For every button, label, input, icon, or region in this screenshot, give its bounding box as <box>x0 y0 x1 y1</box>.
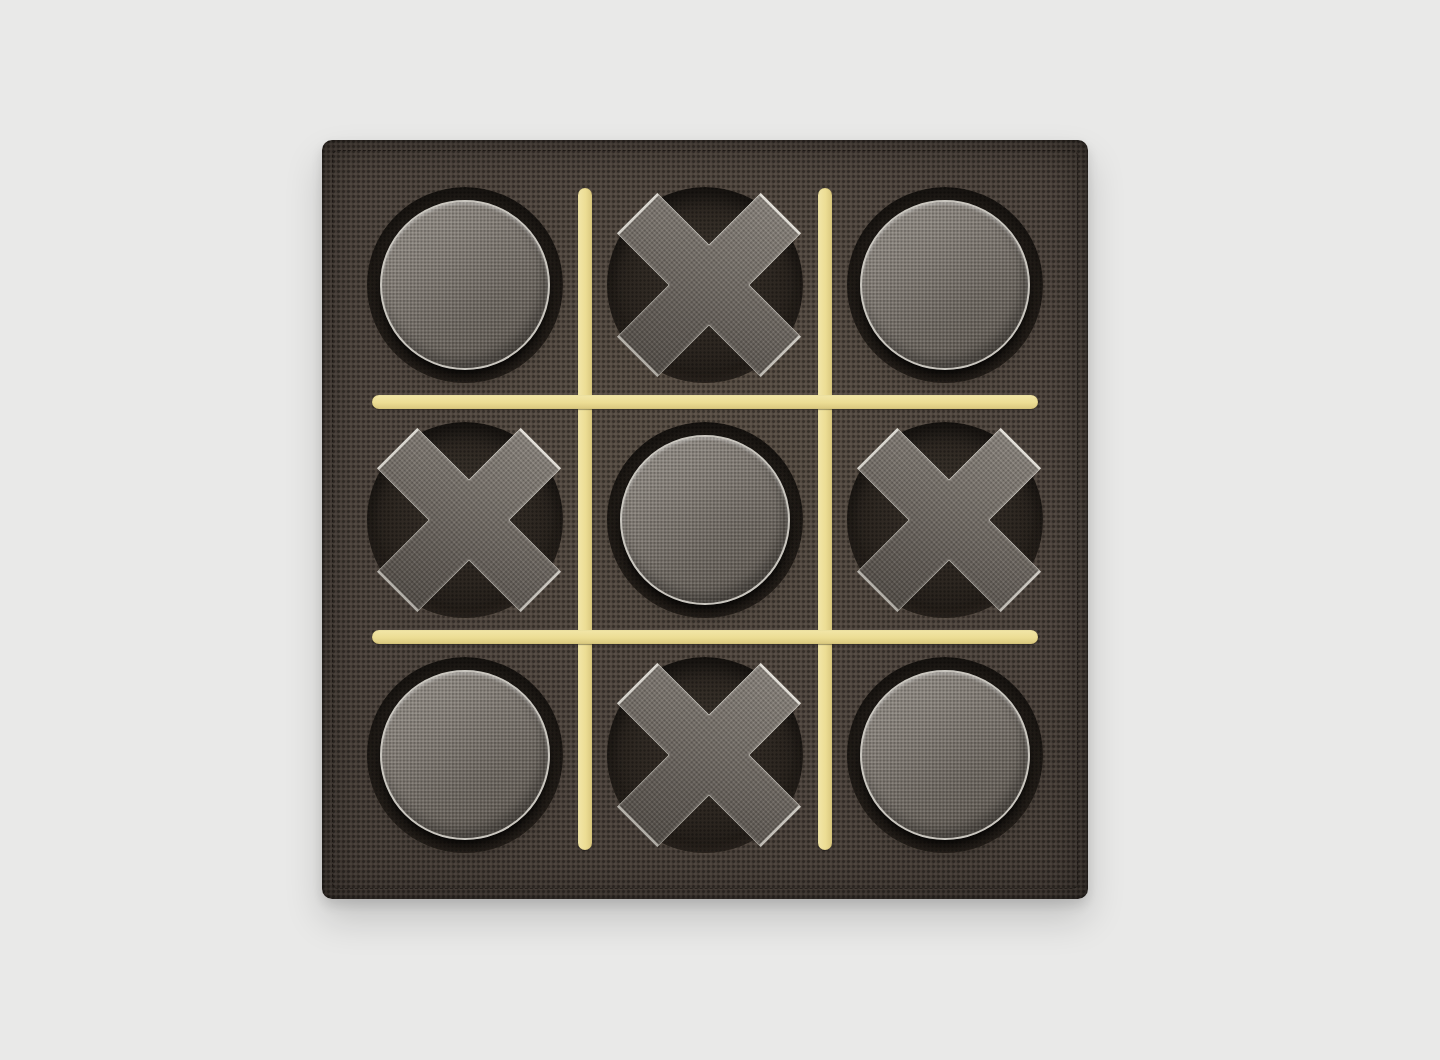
cell-r2c0[interactable] <box>367 657 563 853</box>
piece-o[interactable] <box>620 435 790 605</box>
cell-r0c0[interactable] <box>367 187 563 383</box>
cell-r2c1[interactable] <box>607 657 803 853</box>
piece-o[interactable] <box>380 200 550 370</box>
cell-r1c2[interactable] <box>847 422 1043 618</box>
cell-r2c2[interactable] <box>847 657 1043 853</box>
cell-r0c2[interactable] <box>847 187 1043 383</box>
piece-o[interactable] <box>860 670 1030 840</box>
cell-r0c1[interactable] <box>607 187 803 383</box>
cells-container <box>322 140 1088 899</box>
tic-tac-toe-board: OXO/XOX/OXO <box>322 140 1088 899</box>
piece-o[interactable] <box>380 670 550 840</box>
cell-r1c0[interactable] <box>367 422 563 618</box>
cell-r1c1[interactable] <box>607 422 803 618</box>
piece-o[interactable] <box>860 200 1030 370</box>
